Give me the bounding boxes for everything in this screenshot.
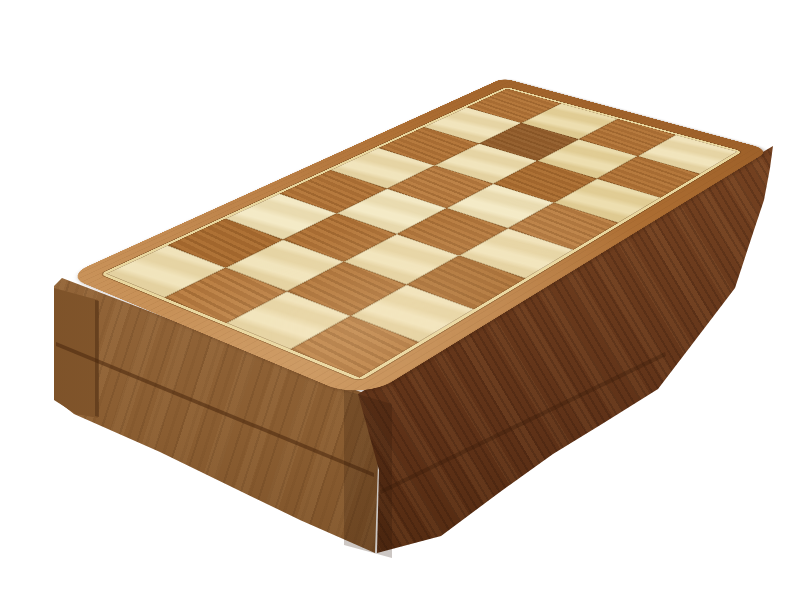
chess-box-photo (0, 0, 800, 600)
